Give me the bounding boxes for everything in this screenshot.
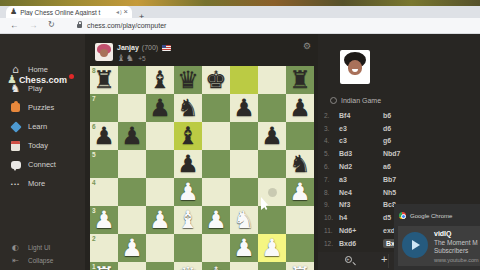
- square-e6[interactable]: [202, 122, 230, 150]
- square-d3[interactable]: ♝: [174, 206, 202, 234]
- move-row: 4.c3g6: [318, 135, 480, 148]
- square-h8[interactable]: ♜: [286, 66, 314, 94]
- square-c4[interactable]: [146, 178, 174, 206]
- piece-white-pawn: ♟: [286, 178, 314, 206]
- square-c3[interactable]: ♟: [146, 206, 174, 234]
- square-a4[interactable]: 4: [90, 178, 118, 206]
- material-score: +5: [138, 55, 145, 62]
- piece-black-bishop: ♝: [146, 66, 174, 94]
- square-h2[interactable]: [286, 234, 314, 262]
- legal-move-dot: [268, 188, 277, 197]
- black-move[interactable]: Nbd7: [383, 150, 401, 157]
- move-number: 2.: [318, 112, 339, 119]
- square-f6[interactable]: [230, 122, 258, 150]
- notification-card[interactable]: vidIQ The Moment M Subscribers www.youtu…: [398, 226, 480, 266]
- piece-white-pawn: ♟: [202, 206, 230, 234]
- black-move[interactable]: Nh5: [383, 189, 396, 196]
- board-settings-gear-icon[interactable]: ⚙: [303, 42, 311, 51]
- learn-icon: [9, 121, 22, 133]
- forward-button[interactable]: →: [29, 21, 38, 30]
- move-row: 7.a3Bb7: [318, 173, 480, 186]
- sidebar-item-puzzles[interactable]: Puzzles: [0, 98, 85, 117]
- piece-white-rook: ♜: [286, 262, 314, 270]
- home-icon: ⌂: [9, 64, 22, 76]
- opening-row: Indian Game: [330, 97, 381, 104]
- sidebar-item-more[interactable]: •••More: [0, 174, 85, 193]
- sidebar-item-label: More: [28, 179, 45, 188]
- square-b3[interactable]: [118, 206, 146, 234]
- rank-label: 7: [92, 95, 96, 102]
- white-move[interactable]: Nd6+: [339, 227, 383, 234]
- square-h4[interactable]: ♟: [286, 178, 314, 206]
- piece-black-king: ♚: [202, 66, 230, 94]
- piece-white-pawn: ♟: [174, 178, 202, 206]
- more-icon: •••: [9, 178, 22, 190]
- square-f3[interactable]: ♞: [230, 206, 258, 234]
- move-number: 4.: [318, 137, 339, 144]
- notification-toast[interactable]: Google Chrome vidIQ The Moment M Subscri…: [394, 204, 480, 270]
- move-number: 5.: [318, 150, 339, 157]
- square-d5[interactable]: ♟: [174, 150, 202, 178]
- piece-black-pawn: ♟: [286, 94, 314, 122]
- square-e5[interactable]: [202, 150, 230, 178]
- square-d7[interactable]: ♞: [174, 94, 202, 122]
- square-g7[interactable]: [258, 94, 286, 122]
- puzzles-icon: [9, 102, 22, 114]
- piece-black-knight: ♞: [286, 150, 314, 178]
- square-a6[interactable]: 6♟: [90, 122, 118, 150]
- square-e1[interactable]: ♚: [202, 262, 230, 270]
- today-icon: [9, 140, 22, 152]
- move-number: 6.: [318, 163, 339, 170]
- square-g1[interactable]: [258, 262, 286, 270]
- square-h6[interactable]: [286, 122, 314, 150]
- square-d8[interactable]: ♛: [174, 66, 202, 94]
- move-row: 8.Ne4Nh5: [318, 186, 480, 199]
- white-move[interactable]: Nf3: [339, 201, 383, 208]
- white-move[interactable]: Bf4: [339, 112, 383, 119]
- captured-pieces-row: ♝♞ +5: [117, 54, 146, 63]
- square-g3[interactable]: [258, 206, 286, 234]
- notification-url: www.youtube.com: [434, 257, 479, 263]
- square-e2[interactable]: [202, 234, 230, 262]
- white-move[interactable]: Bd3: [339, 150, 383, 157]
- vidiq-logo-icon: [402, 232, 428, 258]
- square-d2[interactable]: [174, 234, 202, 262]
- move-row: 3.e3d6: [318, 122, 480, 135]
- piece-black-rook: ♜: [90, 66, 118, 94]
- black-move[interactable]: a6: [383, 163, 391, 170]
- notification-line2: Subscribers: [434, 247, 468, 254]
- screen: { "game": "chess", "position": "r1bqk2r/…: [0, 0, 480, 270]
- avatar-face: [100, 49, 108, 57]
- connect-icon: [9, 159, 22, 171]
- move-number: 3.: [318, 125, 339, 132]
- sidebar: ♟ Chess.com ⌂Home♞PlayPuzzlesLearnTodayC…: [0, 34, 85, 270]
- reload-button[interactable]: ↻: [48, 21, 55, 29]
- piece-white-pawn: ♟: [90, 206, 118, 234]
- square-b2[interactable]: ♟: [118, 234, 146, 262]
- square-f7[interactable]: ♟: [230, 94, 258, 122]
- sidebar-item-label: Puzzles: [28, 103, 54, 112]
- square-d4[interactable]: ♟: [174, 178, 202, 206]
- white-move[interactable]: c3: [339, 137, 383, 144]
- move-number: 7.: [318, 176, 339, 183]
- chesscom-favicon-pawn-icon: ♟: [10, 8, 17, 16]
- square-f2[interactable]: ♟: [230, 234, 258, 262]
- sidebar-item-label: Play: [28, 84, 43, 93]
- square-f1[interactable]: [230, 262, 258, 270]
- black-move[interactable]: d5: [383, 214, 391, 221]
- piece-black-knight: ♞: [174, 94, 202, 122]
- notification-app-name: Google Chrome: [410, 213, 452, 219]
- piece-black-pawn: ♟: [174, 150, 202, 178]
- sidebar-item-today[interactable]: Today: [0, 136, 85, 155]
- square-g6[interactable]: ♟: [258, 122, 286, 150]
- piece-black-rook: ♜: [286, 66, 314, 94]
- chess-board: 8♜♝♛♚♜7♟♞♟♟6♟♟♝♟5♟♞4♟♟3♟♟♝♟♞2♟♟♟1♜♛♚♜: [90, 66, 314, 270]
- square-c8[interactable]: ♝: [146, 66, 174, 94]
- square-e3[interactable]: ♟: [202, 206, 230, 234]
- piece-white-rook: ♜: [90, 262, 118, 270]
- us-flag-icon: [162, 45, 171, 51]
- square-f8[interactable]: [230, 66, 258, 94]
- move-number: 9.: [318, 201, 339, 208]
- rank-label: 5: [92, 151, 96, 158]
- square-c6[interactable]: [146, 122, 174, 150]
- piece-white-pawn: ♟: [118, 234, 146, 262]
- notification-header: Google Chrome: [399, 212, 452, 219]
- square-a8[interactable]: 8♜: [90, 66, 118, 94]
- move-number: 10.: [318, 214, 339, 221]
- move-row: 6.Nd2a6: [318, 160, 480, 173]
- toolbar-divider: [388, 254, 389, 268]
- move-row: 2.Bf4b6: [318, 109, 480, 122]
- square-e7[interactable]: [202, 94, 230, 122]
- square-e4[interactable]: [202, 178, 230, 206]
- square-a2[interactable]: 2: [90, 234, 118, 262]
- tab-title: Play Chess Online Against t: [20, 9, 115, 16]
- sidebar-item-home[interactable]: ⌂Home: [0, 60, 85, 79]
- move-number: 8.: [318, 189, 339, 196]
- sidebar-item-learn[interactable]: Learn: [0, 117, 85, 136]
- opening-book-icon: [330, 97, 337, 104]
- piece-white-king: ♚: [202, 262, 230, 270]
- opponent-avatar[interactable]: [340, 50, 370, 84]
- sidebar-item-label: Learn: [28, 122, 47, 131]
- sidebar-item-label: Home: [28, 65, 48, 74]
- tab-audio-icon: ◄): [115, 9, 122, 15]
- white-move[interactable]: h4: [339, 214, 383, 221]
- piece-white-queen: ♛: [174, 262, 202, 270]
- white-move[interactable]: Ne4: [339, 189, 383, 196]
- opponent-avatar-face: [348, 60, 362, 75]
- player-name-row: Janjay (700): [117, 44, 171, 51]
- square-b6[interactable]: ♟: [118, 122, 146, 150]
- square-d1[interactable]: ♛: [174, 262, 202, 270]
- square-g2[interactable]: ♟: [258, 234, 286, 262]
- move-number: 11.: [318, 227, 339, 234]
- move-row: 5.Bd3Nbd7: [318, 147, 480, 160]
- square-h1[interactable]: ♜: [286, 262, 314, 270]
- square-b5[interactable]: [118, 150, 146, 178]
- piece-black-pawn: ♟: [90, 122, 118, 150]
- square-b4[interactable]: [118, 178, 146, 206]
- square-a5[interactable]: 5: [90, 150, 118, 178]
- square-f4[interactable]: [230, 178, 258, 206]
- square-a1[interactable]: 1♜: [90, 262, 118, 270]
- move-number: 12.: [318, 240, 339, 247]
- back-button[interactable]: ←: [10, 21, 19, 30]
- url-field[interactable]: chess.com/play/computer: [87, 22, 166, 29]
- square-g8[interactable]: [258, 66, 286, 94]
- square-b1[interactable]: [118, 262, 146, 270]
- square-c2[interactable]: [146, 234, 174, 262]
- browser-tab[interactable]: ♟ Play Chess Online Against t ◄) ×: [6, 6, 132, 18]
- piece-black-pawn: ♟: [118, 122, 146, 150]
- sidebar-item-connect[interactable]: Connect: [0, 155, 85, 174]
- sidebar-item-label: Light UI: [28, 244, 50, 251]
- rank-label: 2: [92, 235, 96, 242]
- rank-label: 4: [92, 179, 96, 186]
- white-move[interactable]: e3: [339, 125, 383, 132]
- square-h7[interactable]: ♟: [286, 94, 314, 122]
- square-a3[interactable]: 3♟: [90, 206, 118, 234]
- piece-white-knight: ♞: [230, 206, 258, 234]
- black-move[interactable]: d6: [383, 125, 391, 132]
- sidebar-item-label: Collapse: [28, 257, 53, 264]
- player-avatar[interactable]: [95, 43, 113, 61]
- black-move[interactable]: Bb7: [383, 176, 396, 183]
- lock-icon: [77, 24, 82, 28]
- sidebar-item-play[interactable]: ♞Play: [0, 79, 85, 98]
- captured-pieces-icons: ♝♞: [117, 54, 135, 63]
- square-f5[interactable]: [230, 150, 258, 178]
- browser-toolbar: [0, 18, 480, 34]
- sidebar-item-label: Connect: [28, 160, 56, 169]
- piece-black-bishop: ♝: [174, 122, 202, 150]
- white-move[interactable]: Nd2: [339, 163, 383, 170]
- piece-white-bishop: ♝: [174, 206, 202, 234]
- notification-line1: The Moment M: [434, 239, 478, 246]
- square-b7[interactable]: [118, 94, 146, 122]
- player-rating: (700): [142, 44, 158, 51]
- piece-black-pawn: ♟: [146, 94, 174, 122]
- google-chrome-icon: [399, 212, 406, 219]
- black-move[interactable]: b6: [383, 112, 391, 119]
- zoom-in-icon[interactable]: +: [344, 255, 356, 267]
- piece-black-queen: ♛: [174, 66, 202, 94]
- square-c5[interactable]: [146, 150, 174, 178]
- white-move[interactable]: Bxd6: [339, 240, 383, 247]
- square-g5[interactable]: [258, 150, 286, 178]
- add-move-button[interactable]: +: [381, 253, 387, 265]
- sidebar-item-label: Today: [28, 141, 48, 150]
- square-a7[interactable]: 7: [90, 94, 118, 122]
- square-d6[interactable]: ♝: [174, 122, 202, 150]
- player-name: Janjay: [117, 44, 139, 51]
- black-move[interactable]: g6: [383, 137, 391, 144]
- opening-name: Indian Game: [341, 97, 381, 104]
- square-h5[interactable]: ♞: [286, 150, 314, 178]
- white-move[interactable]: a3: [339, 176, 383, 183]
- piece-black-pawn: ♟: [230, 94, 258, 122]
- sidebar-item-settings[interactable]: ⚙Settings: [0, 264, 85, 270]
- square-c1[interactable]: [146, 262, 174, 270]
- piece-white-pawn: ♟: [230, 234, 258, 262]
- piece-black-pawn: ♟: [258, 122, 286, 150]
- piece-white-pawn: ♟: [258, 234, 286, 262]
- play-icon: ♞: [9, 83, 22, 95]
- notification-title: vidIQ: [434, 230, 452, 237]
- square-b8[interactable]: [118, 66, 146, 94]
- square-c7[interactable]: ♟: [146, 94, 174, 122]
- piece-white-pawn: ♟: [146, 206, 174, 234]
- square-h3[interactable]: [286, 206, 314, 234]
- square-e8[interactable]: ♚: [202, 66, 230, 94]
- tab-close-icon[interactable]: ×: [124, 8, 128, 16]
